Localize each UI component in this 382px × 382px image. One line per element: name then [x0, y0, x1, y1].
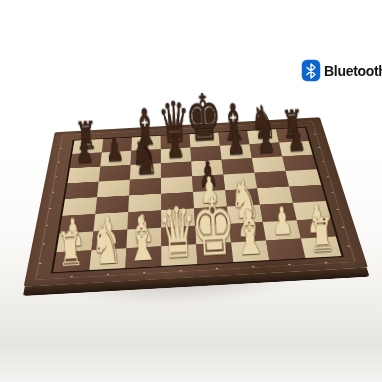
- square-g7: ♟: [250, 143, 283, 159]
- square-b6: [99, 165, 131, 182]
- square-g1: [266, 238, 305, 259]
- square-h5: [286, 169, 322, 186]
- square-e4: ♟: [193, 190, 227, 208]
- frame-coordinate-left-dot-1: [60, 148, 62, 149]
- black-rook-a8: ♜: [75, 119, 98, 153]
- black-rook-h8: ♜: [281, 107, 304, 141]
- black-bishop-f8: ♝: [218, 101, 248, 145]
- square-g2: ♟: [263, 220, 301, 240]
- black-king-e8: ♚: [184, 90, 223, 147]
- frame-coordinate-left-dot-4: [52, 192, 54, 193]
- frame-coordinate-left-dot-7: [43, 243, 45, 244]
- frame-coordinate-right-dot-5: [331, 192, 333, 193]
- board-tilt-wrap: ♜♝♛♚♝♞♜♟♟♟♟♟♟♟♞♟♟♞♟♟♟♟♟♟♟♜♞♝♛♚♝♜: [24, 117, 368, 286]
- square-e2: [195, 224, 231, 244]
- bluetooth-label: Bluetooth®: [324, 63, 382, 79]
- square-a5: [65, 182, 99, 200]
- board-perspective-wrap: ♜♝♛♚♝♞♜♟♟♟♟♟♟♟♞♟♟♞♟♟♟♟♟♟♟♜♞♝♛♚♝♜: [31, 0, 352, 382]
- frame-coordinate-left-dot-2: [58, 162, 60, 163]
- frame-coordinate-left-dot-6: [46, 225, 48, 226]
- frame-coordinate-bottom-dot-2: [107, 274, 109, 275]
- chess-board: ♜♝♛♚♝♞♜♟♟♟♟♟♟♟♞♟♟♞♟♟♟♟♟♟♟♜♞♝♛♚♝♜: [51, 127, 344, 274]
- board-frame: ♜♝♛♚♝♞♜♟♟♟♟♟♟♟♞♟♟♞♟♟♟♟♟♟♟♜♞♝♛♚♝♜: [24, 117, 368, 286]
- square-f1: ♝: [231, 240, 269, 262]
- square-h4: [289, 185, 326, 203]
- square-h1: ♜: [301, 237, 341, 258]
- frame-coordinate-bottom-dot-7: [288, 264, 291, 265]
- square-d2: ♟: [161, 226, 196, 246]
- square-a3: [60, 214, 96, 234]
- square-e1: ♚: [196, 242, 233, 264]
- white-pawn-f2: ♟: [236, 207, 259, 241]
- frame-coordinate-right-dot-2: [318, 147, 320, 148]
- frame-coordinate-right-dot-8: [347, 245, 350, 246]
- square-b1: ♞: [89, 248, 126, 270]
- white-pawn-h2: ♟: [306, 203, 329, 237]
- square-f2: ♟: [229, 222, 266, 242]
- frame-coordinate-bottom-dot-5: [216, 268, 218, 269]
- square-h2: ♟: [297, 218, 336, 238]
- square-e7: [190, 146, 221, 162]
- frame-coordinate-right-dot-1: [314, 134, 316, 135]
- frame-coordinate-bottom-dot-8: [325, 262, 328, 263]
- square-f4: [225, 188, 260, 206]
- square-h3: [293, 201, 331, 220]
- frame-coordinate-right-dot-3: [322, 161, 324, 162]
- square-d7: ♟: [161, 148, 191, 164]
- square-c5: [129, 178, 161, 195]
- square-e3: [194, 207, 229, 226]
- frame-coordinate-bottom-dot-4: [179, 270, 181, 271]
- square-c2: ♟: [126, 228, 161, 249]
- frame-coordinate-bottom-dot-1: [70, 276, 72, 277]
- square-g3: [260, 203, 297, 222]
- square-f3: ♞: [227, 205, 263, 224]
- square-a1: ♜: [53, 250, 91, 272]
- board-rotation-wrap: ♜♝♛♚♝♞♜♟♟♟♟♟♟♟♞♟♟♞♟♟♟♟♟♟♟♜♞♝♛♚♝♜: [0, 0, 382, 382]
- square-c1: ♝: [125, 246, 161, 268]
- white-pawn-d2: ♟: [166, 211, 189, 245]
- square-c4: [128, 194, 161, 212]
- product-photo-scene: ♜♝♛♚♝♞♜♟♟♟♟♟♟♟♞♟♟♞♟♟♟♟♟♟♟♜♞♝♛♚♝♜ Bluetoo…: [0, 0, 382, 382]
- square-c3: [127, 210, 161, 229]
- square-a4: [62, 197, 97, 215]
- square-b2: ♟: [91, 230, 127, 251]
- square-b5: [97, 180, 130, 197]
- frame-coordinate-bottom-dot-3: [143, 272, 145, 273]
- frame-coordinate-right-dot-4: [327, 176, 329, 177]
- square-g4: [257, 187, 293, 205]
- square-e5: ♟: [192, 175, 225, 192]
- square-f5: [223, 173, 257, 190]
- bluetooth-icon: [302, 60, 320, 81]
- white-pawn-a2: ♟: [62, 217, 85, 251]
- square-b4: [95, 195, 129, 213]
- frame-coordinate-left-dot-5: [49, 208, 51, 209]
- black-bishop-c8: ♝: [130, 106, 160, 150]
- frame-coordinate-right-dot-7: [342, 227, 344, 228]
- frame-coordinate-right-dot-6: [336, 209, 338, 210]
- square-b7: ♟: [100, 151, 131, 167]
- frame-coordinate-left-dot-3: [55, 176, 57, 177]
- bluetooth-logo: Bluetooth®: [302, 60, 382, 81]
- square-d1: ♛: [161, 244, 197, 266]
- square-d4: [161, 192, 194, 210]
- square-g5: [254, 171, 289, 188]
- square-a2: ♟: [57, 232, 94, 253]
- black-queen-d8: ♛: [157, 98, 191, 148]
- square-b3: [93, 212, 128, 231]
- square-f7: ♟: [220, 144, 252, 160]
- square-a6: [68, 167, 101, 184]
- frame-coordinate-bottom-dot-6: [252, 266, 254, 267]
- square-d5: [161, 176, 193, 193]
- frame-coordinate-left-dot-8: [39, 263, 41, 264]
- black-knight-g8: ♞: [249, 103, 277, 144]
- square-d3: [161, 208, 195, 227]
